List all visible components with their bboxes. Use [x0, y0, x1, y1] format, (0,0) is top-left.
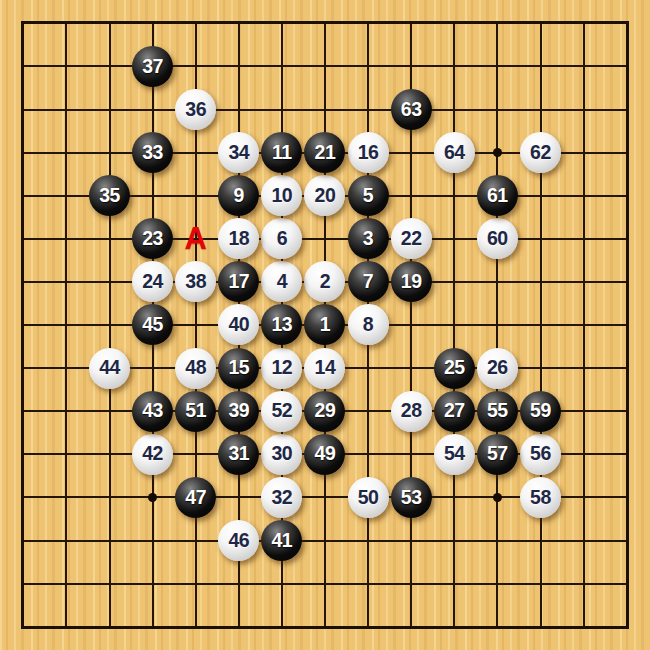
label-marker-A: A	[184, 223, 206, 254]
move-number: 34	[228, 143, 249, 163]
stone-white-16[interactable]: 16	[348, 132, 389, 173]
point-lk[interactable]: 57	[476, 433, 519, 476]
stone-white-58[interactable]: 58	[520, 477, 561, 518]
stone-black-9[interactable]: 9	[218, 175, 259, 216]
point-ih[interactable]: 8	[347, 303, 390, 346]
point-kj[interactable]: 27	[433, 390, 476, 433]
point-ki[interactable]: 25	[433, 347, 476, 390]
stone-white-54[interactable]: 54	[434, 434, 475, 475]
point-fk[interactable]: 31	[217, 433, 260, 476]
stone-black-13[interactable]: 13	[261, 304, 302, 345]
point-il[interactable]: 50	[347, 476, 390, 519]
stone-black-35[interactable]: 35	[89, 175, 130, 216]
move-number: 15	[228, 358, 249, 378]
move-number: 27	[444, 401, 465, 421]
stone-white-32[interactable]: 32	[261, 477, 302, 518]
point-dd[interactable]: 33	[131, 131, 174, 174]
move-number: 11	[272, 143, 292, 163]
move-number: 45	[142, 315, 163, 335]
stone-black-39[interactable]: 39	[218, 391, 259, 432]
stone-white-8[interactable]: 8	[348, 304, 389, 345]
move-number: 60	[487, 229, 508, 249]
stone-white-52[interactable]: 52	[261, 391, 302, 432]
stone-black-43[interactable]: 43	[132, 391, 173, 432]
point-ec[interactable]: 36	[174, 88, 217, 131]
move-number: 8	[363, 315, 373, 335]
stone-white-18[interactable]: 18	[218, 218, 259, 259]
stone-black-53[interactable]: 53	[391, 477, 432, 518]
go-board[interactable]: 1234567891011121314151617181920212223242…	[2, 2, 648, 648]
move-number: 59	[530, 401, 551, 421]
stone-black-57[interactable]: 57	[477, 434, 518, 475]
move-number: 10	[272, 186, 293, 206]
point-lj[interactable]: 55	[476, 390, 519, 433]
point-ef[interactable]: A	[174, 217, 217, 260]
point-fe[interactable]: 9	[217, 174, 260, 217]
stone-white-36[interactable]: 36	[175, 89, 216, 130]
point-md[interactable]: 62	[519, 131, 562, 174]
stone-black-61[interactable]: 61	[477, 175, 518, 216]
stone-black-25[interactable]: 25	[434, 348, 475, 389]
stone-white-48[interactable]: 48	[175, 348, 216, 389]
move-number: 33	[142, 143, 163, 163]
point-fg[interactable]: 17	[217, 260, 260, 303]
move-number: 47	[185, 488, 206, 508]
stone-white-20[interactable]: 20	[304, 175, 345, 216]
point-dg[interactable]: 24	[131, 260, 174, 303]
point-hi[interactable]: 14	[303, 347, 346, 390]
stone-black-29[interactable]: 29	[304, 391, 345, 432]
point-kk[interactable]: 54	[433, 433, 476, 476]
move-number: 38	[185, 272, 206, 292]
point-hk[interactable]: 49	[303, 433, 346, 476]
move-number: 49	[315, 444, 336, 464]
move-number: 20	[315, 186, 336, 206]
stone-black-1[interactable]: 1	[304, 304, 345, 345]
move-number: 28	[401, 401, 422, 421]
stone-white-6[interactable]: 6	[261, 218, 302, 259]
move-number: 53	[401, 488, 422, 508]
stone-white-12[interactable]: 12	[261, 348, 302, 389]
point-ig[interactable]: 7	[347, 260, 390, 303]
point-ml[interactable]: 58	[519, 476, 562, 519]
move-number: 25	[444, 358, 465, 378]
move-number: 50	[358, 488, 379, 508]
move-number: 22	[401, 229, 422, 249]
move-number: 29	[315, 401, 336, 421]
stone-white-28[interactable]: 28	[391, 391, 432, 432]
stone-white-64[interactable]: 64	[434, 132, 475, 173]
move-number: 30	[272, 444, 293, 464]
move-number: 1	[320, 315, 330, 335]
stone-white-24[interactable]: 24	[132, 261, 173, 302]
point-fd[interactable]: 34	[217, 131, 260, 174]
move-number: 19	[401, 272, 422, 292]
move-number: 31	[228, 444, 249, 464]
move-number: 39	[228, 401, 249, 421]
point-gi[interactable]: 12	[260, 347, 303, 390]
stone-black-5[interactable]: 5	[348, 175, 389, 216]
point-ej[interactable]: 51	[174, 390, 217, 433]
point-he[interactable]: 20	[303, 174, 346, 217]
point-ci[interactable]: 44	[88, 347, 131, 390]
move-number: 44	[99, 358, 120, 378]
stone-white-50[interactable]: 50	[348, 477, 389, 518]
stone-white-44[interactable]: 44	[89, 348, 130, 389]
stone-white-42[interactable]: 42	[132, 434, 173, 475]
point-ce[interactable]: 35	[88, 174, 131, 217]
point-gl[interactable]: 32	[260, 476, 303, 519]
move-number: 58	[530, 488, 551, 508]
point-db[interactable]: 37	[131, 45, 174, 88]
stone-white-26[interactable]: 26	[477, 348, 518, 389]
move-number: 63	[401, 100, 422, 120]
stone-black-21[interactable]: 21	[304, 132, 345, 173]
stone-black-49[interactable]: 49	[304, 434, 345, 475]
move-number: 21	[315, 143, 336, 163]
stone-black-23[interactable]: 23	[132, 218, 173, 259]
move-number: 62	[530, 143, 551, 163]
stone-black-37[interactable]: 37	[132, 46, 173, 87]
stone-white-14[interactable]: 14	[304, 348, 345, 389]
point-li[interactable]: 26	[476, 347, 519, 390]
point-df[interactable]: 23	[131, 217, 174, 260]
point-gf[interactable]: 6	[260, 217, 303, 260]
stone-black-3[interactable]: 3	[348, 218, 389, 259]
point-mj[interactable]: 59	[519, 390, 562, 433]
point-ei[interactable]: 48	[174, 347, 217, 390]
point-jf[interactable]: 22	[390, 217, 433, 260]
stone-white-38[interactable]: 38	[175, 261, 216, 302]
point-gh[interactable]: 13	[260, 303, 303, 346]
move-number: 54	[444, 444, 465, 464]
stone-white-30[interactable]: 30	[261, 434, 302, 475]
stone-white-62[interactable]: 62	[520, 132, 561, 173]
move-number: 56	[530, 444, 551, 464]
stone-black-7[interactable]: 7	[348, 261, 389, 302]
point-dk[interactable]: 42	[131, 433, 174, 476]
point-fh[interactable]: 40	[217, 303, 260, 346]
move-number: 17	[228, 272, 249, 292]
move-number: 48	[185, 358, 206, 378]
point-ff[interactable]: 18	[217, 217, 260, 260]
point-fm[interactable]: 46	[217, 519, 260, 562]
move-number: 4	[277, 272, 287, 292]
move-number: 32	[272, 488, 293, 508]
move-number: 3	[363, 229, 373, 249]
point-hj[interactable]: 29	[303, 390, 346, 433]
move-number: 18	[228, 229, 249, 249]
stone-black-55[interactable]: 55	[477, 391, 518, 432]
stone-black-59[interactable]: 59	[520, 391, 561, 432]
move-number: 6	[277, 229, 287, 249]
point-jj[interactable]: 28	[390, 390, 433, 433]
point-kd[interactable]: 64	[433, 131, 476, 174]
point-le[interactable]: 61	[476, 174, 519, 217]
move-number: 42	[142, 444, 163, 464]
move-number: 9	[234, 186, 244, 206]
move-number: 52	[272, 401, 293, 421]
point-ie[interactable]: 5	[347, 174, 390, 217]
point-dh[interactable]: 45	[131, 303, 174, 346]
move-number: 23	[142, 229, 163, 249]
move-number: 14	[315, 358, 336, 378]
stone-black-17[interactable]: 17	[218, 261, 259, 302]
point-if[interactable]: 3	[347, 217, 390, 260]
stone-white-34[interactable]: 34	[218, 132, 259, 173]
move-number: 46	[228, 531, 249, 551]
stone-black-27[interactable]: 27	[434, 391, 475, 432]
move-number: 13	[272, 315, 293, 335]
point-gd[interactable]: 11	[260, 131, 303, 174]
point-fj[interactable]: 39	[217, 390, 260, 433]
move-number: 55	[487, 401, 508, 421]
stone-white-2[interactable]: 2	[304, 261, 345, 302]
stone-black-41[interactable]: 41	[261, 520, 302, 561]
point-eg[interactable]: 38	[174, 260, 217, 303]
stone-black-15[interactable]: 15	[218, 348, 259, 389]
stone-white-22[interactable]: 22	[391, 218, 432, 259]
move-number: 35	[99, 186, 120, 206]
stone-white-40[interactable]: 40	[218, 304, 259, 345]
point-hd[interactable]: 21	[303, 131, 346, 174]
go-board-screen: 1234567891011121314151617181920212223242…	[0, 0, 650, 650]
move-number: 43	[142, 401, 163, 421]
point-jc[interactable]: 63	[390, 88, 433, 131]
stone-black-63[interactable]: 63	[391, 89, 432, 130]
stone-black-51[interactable]: 51	[175, 391, 216, 432]
point-mk[interactable]: 56	[519, 433, 562, 476]
stone-black-31[interactable]: 31	[218, 434, 259, 475]
point-gg[interactable]: 4	[260, 260, 303, 303]
move-number: 61	[487, 186, 508, 206]
stone-white-56[interactable]: 56	[520, 434, 561, 475]
stone-black-45[interactable]: 45	[132, 304, 173, 345]
stone-white-4[interactable]: 4	[261, 261, 302, 302]
point-hh[interactable]: 1	[303, 303, 346, 346]
stone-black-19[interactable]: 19	[391, 261, 432, 302]
point-el[interactable]: 47	[174, 476, 217, 519]
point-gj[interactable]: 52	[260, 390, 303, 433]
move-number: 12	[272, 358, 293, 378]
stone-white-60[interactable]: 60	[477, 218, 518, 259]
point-lf[interactable]: 60	[476, 217, 519, 260]
point-ge[interactable]: 10	[260, 174, 303, 217]
move-number: 7	[363, 272, 373, 292]
point-id[interactable]: 16	[347, 131, 390, 174]
move-number: 57	[487, 444, 508, 464]
point-dj[interactable]: 43	[131, 390, 174, 433]
move-number: 5	[363, 186, 373, 206]
point-fi[interactable]: 15	[217, 347, 260, 390]
stone-white-46[interactable]: 46	[218, 520, 259, 561]
point-jg[interactable]: 19	[390, 260, 433, 303]
move-number: 40	[228, 315, 249, 335]
point-hg[interactable]: 2	[303, 260, 346, 303]
stone-white-10[interactable]: 10	[261, 175, 302, 216]
move-number: 64	[444, 143, 465, 163]
move-number: 2	[320, 272, 330, 292]
move-number: 51	[185, 401, 206, 421]
stone-black-47[interactable]: 47	[175, 477, 216, 518]
stone-black-33[interactable]: 33	[132, 132, 173, 173]
move-number: 36	[185, 100, 206, 120]
point-gk[interactable]: 30	[260, 433, 303, 476]
point-gm[interactable]: 41	[260, 519, 303, 562]
move-number: 37	[142, 57, 163, 77]
move-number: 16	[358, 143, 379, 163]
move-number: 24	[142, 272, 163, 292]
point-jl[interactable]: 53	[390, 476, 433, 519]
move-number: 26	[487, 358, 508, 378]
stone-black-11[interactable]: 11	[261, 132, 302, 173]
move-number: 41	[272, 531, 293, 551]
